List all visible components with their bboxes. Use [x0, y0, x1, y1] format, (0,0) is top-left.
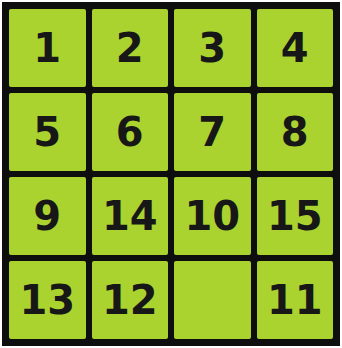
tile-12[interactable]: 12 [92, 261, 169, 339]
tile-10[interactable]: 10 [174, 177, 251, 255]
tile-1[interactable]: 1 [9, 9, 86, 87]
tile-9[interactable]: 9 [9, 177, 86, 255]
tile-14[interactable]: 14 [92, 177, 169, 255]
page-background: 123456789141015131211 [0, 0, 342, 348]
tile-7[interactable]: 7 [174, 93, 251, 171]
tile-13[interactable]: 13 [9, 261, 86, 339]
tile-8[interactable]: 8 [257, 93, 334, 171]
tile-3[interactable]: 3 [174, 9, 251, 87]
empty-cell [174, 261, 251, 339]
puzzle-board: 123456789141015131211 [2, 2, 340, 346]
tile-6[interactable]: 6 [92, 93, 169, 171]
tile-2[interactable]: 2 [92, 9, 169, 87]
tile-15[interactable]: 15 [257, 177, 334, 255]
tile-5[interactable]: 5 [9, 93, 86, 171]
tile-4[interactable]: 4 [257, 9, 334, 87]
tile-11[interactable]: 11 [257, 261, 334, 339]
